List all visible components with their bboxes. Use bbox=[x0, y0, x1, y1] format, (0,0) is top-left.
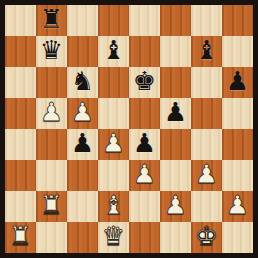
square-d5[interactable] bbox=[98, 98, 129, 129]
square-h2[interactable]: ♟ bbox=[222, 191, 253, 222]
square-d7[interactable]: ♝ bbox=[98, 36, 129, 67]
piece-white-pawn[interactable]: ♟ bbox=[195, 160, 218, 190]
square-f2[interactable]: ♟ bbox=[160, 191, 191, 222]
square-h3[interactable] bbox=[222, 160, 253, 191]
square-h5[interactable] bbox=[222, 98, 253, 129]
piece-black-pawn[interactable]: ♟ bbox=[164, 98, 187, 128]
square-d8[interactable] bbox=[98, 5, 129, 36]
square-a2[interactable] bbox=[5, 191, 36, 222]
square-g1[interactable]: ♚ bbox=[191, 222, 222, 253]
square-b6[interactable] bbox=[36, 67, 67, 98]
square-c8[interactable] bbox=[67, 5, 98, 36]
chess-board: ♜♛♝♝♞♚♟♟♟♟♟♟♟♟♟♜♝♟♟♜♛♚ bbox=[5, 5, 253, 253]
piece-white-pawn[interactable]: ♟ bbox=[40, 98, 63, 128]
square-e2[interactable] bbox=[129, 191, 160, 222]
square-d4[interactable]: ♟ bbox=[98, 129, 129, 160]
square-e6[interactable]: ♚ bbox=[129, 67, 160, 98]
piece-white-rook[interactable]: ♜ bbox=[9, 222, 32, 252]
square-c5[interactable]: ♟ bbox=[67, 98, 98, 129]
square-a6[interactable] bbox=[5, 67, 36, 98]
square-g3[interactable]: ♟ bbox=[191, 160, 222, 191]
square-b5[interactable]: ♟ bbox=[36, 98, 67, 129]
piece-black-bishop[interactable]: ♝ bbox=[102, 36, 125, 66]
square-d6[interactable] bbox=[98, 67, 129, 98]
square-h1[interactable] bbox=[222, 222, 253, 253]
piece-black-pawn[interactable]: ♟ bbox=[71, 129, 94, 159]
piece-white-queen[interactable]: ♛ bbox=[102, 222, 125, 252]
square-d3[interactable] bbox=[98, 160, 129, 191]
piece-black-king[interactable]: ♚ bbox=[133, 67, 156, 97]
square-b1[interactable] bbox=[36, 222, 67, 253]
square-e4[interactable]: ♟ bbox=[129, 129, 160, 160]
square-f3[interactable] bbox=[160, 160, 191, 191]
square-g2[interactable] bbox=[191, 191, 222, 222]
square-b8[interactable]: ♜ bbox=[36, 5, 67, 36]
square-g8[interactable] bbox=[191, 5, 222, 36]
square-h4[interactable] bbox=[222, 129, 253, 160]
piece-white-rook[interactable]: ♜ bbox=[40, 191, 63, 221]
square-e1[interactable] bbox=[129, 222, 160, 253]
square-g5[interactable] bbox=[191, 98, 222, 129]
piece-white-pawn[interactable]: ♟ bbox=[102, 129, 125, 159]
piece-black-pawn[interactable]: ♟ bbox=[133, 129, 156, 159]
square-f6[interactable] bbox=[160, 67, 191, 98]
square-a4[interactable] bbox=[5, 129, 36, 160]
square-e7[interactable] bbox=[129, 36, 160, 67]
square-d2[interactable]: ♝ bbox=[98, 191, 129, 222]
square-a8[interactable] bbox=[5, 5, 36, 36]
square-c1[interactable] bbox=[67, 222, 98, 253]
board-frame: ♜♛♝♝♞♚♟♟♟♟♟♟♟♟♟♜♝♟♟♜♛♚ bbox=[0, 0, 258, 258]
square-f7[interactable] bbox=[160, 36, 191, 67]
square-e3[interactable]: ♟ bbox=[129, 160, 160, 191]
square-h8[interactable] bbox=[222, 5, 253, 36]
square-f5[interactable]: ♟ bbox=[160, 98, 191, 129]
square-e5[interactable] bbox=[129, 98, 160, 129]
square-c6[interactable]: ♞ bbox=[67, 67, 98, 98]
square-f1[interactable] bbox=[160, 222, 191, 253]
square-b7[interactable]: ♛ bbox=[36, 36, 67, 67]
piece-black-bishop[interactable]: ♝ bbox=[195, 36, 218, 66]
piece-black-queen[interactable]: ♛ bbox=[40, 36, 63, 66]
square-a3[interactable] bbox=[5, 160, 36, 191]
square-g7[interactable]: ♝ bbox=[191, 36, 222, 67]
square-f4[interactable] bbox=[160, 129, 191, 160]
square-b3[interactable] bbox=[36, 160, 67, 191]
square-e8[interactable] bbox=[129, 5, 160, 36]
square-c7[interactable] bbox=[67, 36, 98, 67]
square-b2[interactable]: ♜ bbox=[36, 191, 67, 222]
square-c4[interactable]: ♟ bbox=[67, 129, 98, 160]
square-b4[interactable] bbox=[36, 129, 67, 160]
piece-white-pawn[interactable]: ♟ bbox=[71, 98, 94, 128]
square-a1[interactable]: ♜ bbox=[5, 222, 36, 253]
square-f8[interactable] bbox=[160, 5, 191, 36]
square-h7[interactable] bbox=[222, 36, 253, 67]
piece-black-knight[interactable]: ♞ bbox=[71, 67, 94, 97]
square-g4[interactable] bbox=[191, 129, 222, 160]
piece-white-king[interactable]: ♚ bbox=[195, 222, 218, 252]
square-a5[interactable] bbox=[5, 98, 36, 129]
square-a7[interactable] bbox=[5, 36, 36, 67]
piece-white-pawn[interactable]: ♟ bbox=[133, 160, 156, 190]
square-c3[interactable] bbox=[67, 160, 98, 191]
piece-black-pawn[interactable]: ♟ bbox=[226, 67, 249, 97]
piece-black-rook[interactable]: ♜ bbox=[40, 5, 63, 35]
piece-white-pawn[interactable]: ♟ bbox=[164, 191, 187, 221]
square-g6[interactable] bbox=[191, 67, 222, 98]
square-d1[interactable]: ♛ bbox=[98, 222, 129, 253]
square-c2[interactable] bbox=[67, 191, 98, 222]
square-h6[interactable]: ♟ bbox=[222, 67, 253, 98]
piece-white-bishop[interactable]: ♝ bbox=[102, 191, 125, 221]
piece-white-pawn[interactable]: ♟ bbox=[226, 191, 249, 221]
